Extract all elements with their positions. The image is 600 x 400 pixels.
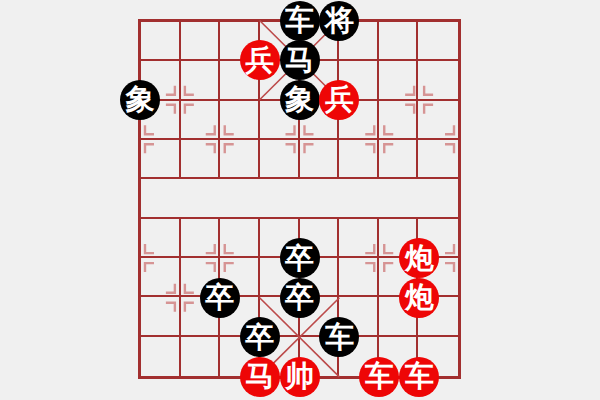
piece-black-chariot[interactable]: 车 [319,317,359,357]
piece-red-cannon[interactable]: 炮 [399,278,439,318]
board-cell[interactable] [141,219,181,258]
piece-red-general[interactable]: 帅 [280,357,320,397]
board-cell[interactable] [141,179,181,218]
board-cell[interactable] [260,140,300,179]
board-cell[interactable] [181,101,221,140]
piece-black-soldier[interactable]: 卒 [200,278,240,318]
board-cell[interactable] [418,22,458,61]
board-cell[interactable] [339,179,379,218]
piece-red-cannon[interactable]: 炮 [399,238,439,278]
board-cell[interactable] [181,140,221,179]
board-cell[interactable] [181,219,221,258]
board-cell[interactable] [141,258,181,297]
board-cell[interactable] [141,337,181,376]
piece-black-general[interactable]: 将 [319,1,359,41]
piece-black-horse[interactable]: 马 [280,40,320,80]
board-cell[interactable] [418,61,458,100]
board-cell[interactable] [339,219,379,258]
board-cell[interactable] [379,140,419,179]
piece-black-elephant[interactable]: 象 [280,80,320,120]
board-cell[interactable] [181,337,221,376]
piece-black-elephant[interactable]: 象 [120,80,160,120]
piece-red-soldier[interactable]: 兵 [319,80,359,120]
board-cell[interactable] [220,140,260,179]
board-cell[interactable] [141,140,181,179]
board-cell[interactable] [379,179,419,218]
board-cell[interactable] [339,140,379,179]
board-cell[interactable] [181,61,221,100]
piece-red-chariot[interactable]: 车 [399,357,439,397]
board-cell[interactable] [339,258,379,297]
board-cell[interactable] [379,22,419,61]
board-cell[interactable] [300,140,340,179]
board-cell[interactable] [300,179,340,218]
board-cell[interactable] [260,179,300,218]
board-cell[interactable] [220,179,260,218]
piece-black-soldier[interactable]: 卒 [280,238,320,278]
board-cell[interactable] [141,297,181,336]
board-cell[interactable] [418,179,458,218]
board-cell[interactable] [418,140,458,179]
board-cell[interactable] [220,219,260,258]
board-cell[interactable] [379,101,419,140]
xiangqi-diagram: 车将马象象卒卒卒卒车兵兵炮炮马帅车车 [0,0,600,400]
board-cell[interactable] [141,22,181,61]
board-cell[interactable] [418,101,458,140]
piece-red-chariot[interactable]: 车 [359,357,399,397]
piece-red-horse[interactable]: 马 [240,357,280,397]
piece-black-soldier[interactable]: 卒 [240,317,280,357]
board-cell[interactable] [220,101,260,140]
piece-red-soldier[interactable]: 兵 [240,40,280,80]
board-cell[interactable] [181,22,221,61]
board-cell[interactable] [181,179,221,218]
piece-black-soldier[interactable]: 卒 [280,278,320,318]
board-cell[interactable] [379,61,419,100]
piece-black-chariot[interactable]: 车 [280,1,320,41]
